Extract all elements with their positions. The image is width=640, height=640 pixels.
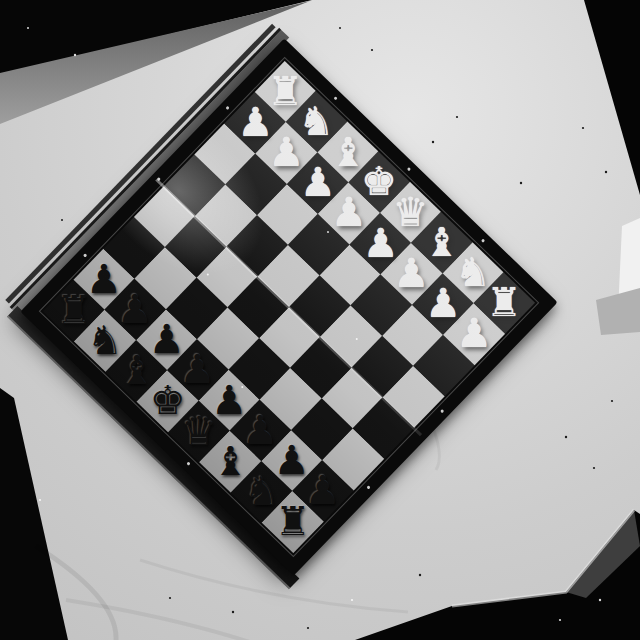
black-pawn: ♟ [274,440,310,480]
white-bishop: ♝ [330,131,366,171]
right-edge-gray-object [596,288,640,335]
background-dark-top-right [584,0,640,195]
frame-dot [186,462,190,466]
white-king: ♚ [361,161,397,201]
black-pawn: ♟ [117,289,153,329]
background-dark-bottom-left [0,388,68,640]
white-rook: ♜ [486,282,522,322]
frame-dot [225,106,229,110]
frame-dot [333,96,337,100]
white-knight: ♞ [455,252,491,292]
white-rook: ♜ [267,71,303,111]
black-pawn: ♟ [86,258,122,298]
frame-dot [407,167,411,171]
black-pawn: ♟ [180,349,216,389]
white-bishop: ♝ [424,222,460,262]
frame-dot [481,239,485,243]
frame-dot [366,485,370,489]
chess-photo-scene: ♜♞♝♛♚♝♞♜♟♟♟♟♟♟♟♟♟♟♟♟♟♟♟♟♜♞♝♛♚♝♞♜ [0,0,640,640]
black-pawn: ♟ [149,319,185,359]
frame-dot [157,177,161,181]
white-knight: ♞ [299,101,335,141]
black-pawn: ♟ [305,470,341,510]
white-queen: ♛ [392,192,428,232]
frame-dot [440,409,444,413]
black-pawn: ♟ [242,410,278,450]
